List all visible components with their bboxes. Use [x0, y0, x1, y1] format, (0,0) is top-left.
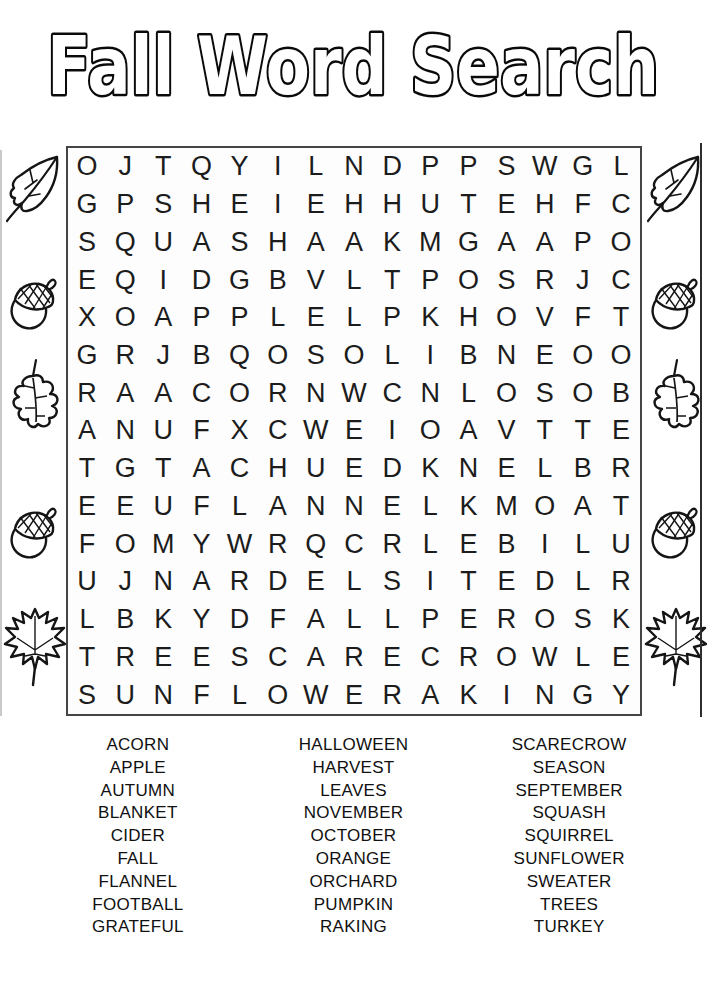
- grid-cell[interactable]: L: [564, 525, 602, 563]
- grid-cell[interactable]: Q: [297, 525, 335, 563]
- word-list-item: RAKING: [246, 916, 462, 939]
- grid-cell[interactable]: A: [182, 450, 220, 488]
- grid-cell[interactable]: N: [144, 563, 182, 601]
- grid-cell[interactable]: A: [106, 374, 144, 412]
- grid-cell[interactable]: A: [335, 223, 373, 261]
- word-list-item: SEASON: [461, 757, 677, 780]
- grid-cell[interactable]: E: [182, 639, 220, 677]
- grid-cell[interactable]: E: [449, 525, 487, 563]
- grid-cell[interactable]: E: [373, 639, 411, 677]
- grid-cell[interactable]: L: [373, 337, 411, 375]
- grid-cell[interactable]: K: [449, 676, 487, 714]
- grid-cell[interactable]: F: [182, 488, 220, 526]
- grid-cell[interactable]: E: [335, 450, 373, 488]
- grid-cell[interactable]: R: [221, 563, 259, 601]
- svg-text:Fall Word Search: Fall Word Search: [47, 20, 659, 113]
- grid-cell[interactable]: G: [68, 337, 106, 375]
- page-edge-artifact-left: [0, 150, 2, 716]
- word-list-item: OCTOBER: [246, 825, 462, 848]
- grid-cell[interactable]: R: [259, 525, 297, 563]
- grid-cell[interactable]: I: [144, 261, 182, 299]
- acorn-icon: [3, 274, 57, 336]
- acorn-icon: [644, 503, 698, 565]
- grid-cell[interactable]: C: [373, 374, 411, 412]
- grid-cell[interactable]: F: [182, 412, 220, 450]
- grid-cell[interactable]: I: [259, 148, 297, 186]
- grid-cell[interactable]: H: [373, 186, 411, 224]
- grid-cell[interactable]: B: [259, 261, 297, 299]
- grid-cell[interactable]: O: [564, 374, 602, 412]
- grid-cell[interactable]: G: [221, 261, 259, 299]
- grid-cell[interactable]: J: [144, 337, 182, 375]
- grid-cell[interactable]: N: [144, 676, 182, 714]
- grid-cell[interactable]: F: [259, 601, 297, 639]
- grid-cell[interactable]: E: [602, 639, 640, 677]
- grid-cell[interactable]: Y: [182, 601, 220, 639]
- grid-cell[interactable]: H: [526, 186, 564, 224]
- grid-cell[interactable]: U: [411, 186, 449, 224]
- word-list-item: HALLOWEEN: [246, 734, 462, 757]
- grid-cell[interactable]: A: [259, 488, 297, 526]
- word-list-item: APPLE: [30, 757, 246, 780]
- grid-cell[interactable]: X: [68, 299, 106, 337]
- grid-cell[interactable]: C: [182, 374, 220, 412]
- grid-cell[interactable]: A: [144, 299, 182, 337]
- grid-cell[interactable]: Y: [221, 148, 259, 186]
- grid-cell[interactable]: C: [602, 261, 640, 299]
- grid-cell[interactable]: E: [602, 412, 640, 450]
- grid-cell[interactable]: R: [602, 450, 640, 488]
- grid-cell[interactable]: B: [564, 450, 602, 488]
- grid-cell[interactable]: N: [106, 412, 144, 450]
- grid-cell[interactable]: P: [564, 223, 602, 261]
- word-list-item: SQUIRREL: [461, 825, 677, 848]
- grid-cell[interactable]: R: [106, 639, 144, 677]
- grid-cell[interactable]: H: [259, 223, 297, 261]
- worksheet-page: Fall Word Search OJTQYILNDPPSWGLGPSHEIEH…: [0, 0, 707, 1000]
- grid-cell[interactable]: U: [144, 488, 182, 526]
- grid-cell[interactable]: H: [182, 186, 220, 224]
- word-list-item: LEAVES: [246, 780, 462, 803]
- grid-cell[interactable]: T: [602, 299, 640, 337]
- grid-cell[interactable]: L: [602, 148, 640, 186]
- grid-cell[interactable]: T: [68, 639, 106, 677]
- grid-cell[interactable]: S: [487, 261, 525, 299]
- maple-leaf-icon: [3, 604, 67, 692]
- grid-cell[interactable]: G: [564, 148, 602, 186]
- grid-cell[interactable]: O: [526, 601, 564, 639]
- grid-cell[interactable]: M: [487, 488, 525, 526]
- word-list-item: FOOTBALL: [30, 894, 246, 917]
- grid-cell[interactable]: A: [297, 223, 335, 261]
- grid-cell[interactable]: S: [564, 601, 602, 639]
- grid-cell[interactable]: R: [602, 563, 640, 601]
- grid-cell[interactable]: A: [144, 374, 182, 412]
- word-list-item: SQUASH: [461, 802, 677, 825]
- acorn-icon: [3, 503, 57, 565]
- grid-cell[interactable]: E: [373, 488, 411, 526]
- grid-cell[interactable]: M: [144, 525, 182, 563]
- word-list-item: BLANKET: [30, 802, 246, 825]
- grid-cell[interactable]: L: [411, 488, 449, 526]
- grid-cell[interactable]: I: [487, 676, 525, 714]
- grid-cell[interactable]: R: [373, 525, 411, 563]
- grid-cell[interactable]: E: [68, 261, 106, 299]
- grid-cell[interactable]: K: [411, 299, 449, 337]
- grid-cell[interactable]: P: [373, 299, 411, 337]
- word-list-item: PUMPKIN: [246, 894, 462, 917]
- word-list-column-3: SCARECROWSEASONSEPTEMBERSQUASHSQUIRRELSU…: [461, 734, 677, 939]
- grid-cell[interactable]: O: [68, 148, 106, 186]
- grid-cell[interactable]: Y: [602, 676, 640, 714]
- grid-cell[interactable]: U: [144, 412, 182, 450]
- word-list-item: NOVEMBER: [246, 802, 462, 825]
- grid-cell[interactable]: F: [564, 299, 602, 337]
- grid-cell[interactable]: C: [411, 639, 449, 677]
- grid-cell[interactable]: J: [106, 563, 144, 601]
- grid-cell[interactable]: N: [449, 450, 487, 488]
- grid-cell[interactable]: E: [335, 412, 373, 450]
- word-list-item: ORCHARD: [246, 871, 462, 894]
- word-list-item: GRATEFUL: [30, 916, 246, 939]
- grid-cell[interactable]: T: [144, 450, 182, 488]
- grid-cell[interactable]: F: [68, 525, 106, 563]
- grid-cell[interactable]: I: [411, 563, 449, 601]
- grid-cell[interactable]: R: [487, 601, 525, 639]
- grid-cell[interactable]: C: [221, 450, 259, 488]
- grid-cell[interactable]: L: [221, 676, 259, 714]
- grid-cell[interactable]: P: [449, 148, 487, 186]
- title-bubble-text: Fall Word Search: [23, 14, 683, 114]
- word-list-item: SWEATER: [461, 871, 677, 894]
- grid-cell[interactable]: K: [602, 601, 640, 639]
- grid-cell[interactable]: E: [221, 186, 259, 224]
- grid-cell[interactable]: E: [487, 563, 525, 601]
- word-list-column-2: HALLOWEENHARVESTLEAVESNOVEMBEROCTOBERORA…: [246, 734, 462, 939]
- grid-cell[interactable]: A: [411, 676, 449, 714]
- grid-cell[interactable]: R: [526, 261, 564, 299]
- grid-cell[interactable]: O: [564, 337, 602, 375]
- grid-cell[interactable]: S: [526, 374, 564, 412]
- grid-cell[interactable]: D: [259, 563, 297, 601]
- grid-cell[interactable]: A: [182, 223, 220, 261]
- grid-cell[interactable]: E: [297, 299, 335, 337]
- word-list-column-1: ACORNAPPLEAUTUMNBLANKETCIDERFALLFLANNELF…: [30, 734, 246, 939]
- grid-cell[interactable]: B: [106, 601, 144, 639]
- grid-cell[interactable]: L: [526, 450, 564, 488]
- grid-cell[interactable]: W: [221, 525, 259, 563]
- grid-cell[interactable]: V: [487, 412, 525, 450]
- grid-cell[interactable]: S: [487, 148, 525, 186]
- grid-cell[interactable]: T: [602, 488, 640, 526]
- grid-cell[interactable]: N: [411, 374, 449, 412]
- grid-cell[interactable]: S: [373, 563, 411, 601]
- grid-cell[interactable]: A: [564, 488, 602, 526]
- word-list: ACORNAPPLEAUTUMNBLANKETCIDERFALLFLANNELF…: [30, 734, 677, 939]
- grid-cell[interactable]: L: [335, 299, 373, 337]
- grid-cell[interactable]: R: [449, 639, 487, 677]
- grid-cell[interactable]: O: [221, 374, 259, 412]
- grid-cell[interactable]: O: [449, 261, 487, 299]
- grid-cell[interactable]: R: [106, 337, 144, 375]
- grid-cell[interactable]: O: [602, 223, 640, 261]
- grid-cell[interactable]: B: [182, 337, 220, 375]
- grid-cell[interactable]: D: [182, 261, 220, 299]
- word-list-item: FALL: [30, 848, 246, 871]
- page-title: Fall Word Search: [23, 14, 683, 114]
- grid-cell[interactable]: D: [526, 563, 564, 601]
- grid-cell[interactable]: B: [487, 525, 525, 563]
- word-list-item: ACORN: [30, 734, 246, 757]
- grid-cell[interactable]: O: [487, 639, 525, 677]
- grid-cell[interactable]: D: [221, 601, 259, 639]
- grid-cell[interactable]: H: [259, 450, 297, 488]
- grid-cell[interactable]: Q: [182, 148, 220, 186]
- word-list-item: TREES: [461, 894, 677, 917]
- grid-cell[interactable]: E: [106, 488, 144, 526]
- word-list-item: HARVEST: [246, 757, 462, 780]
- grid-cell[interactable]: L: [449, 374, 487, 412]
- grid-cell[interactable]: E: [335, 676, 373, 714]
- grid-cell[interactable]: N: [297, 374, 335, 412]
- grid-cell[interactable]: S: [297, 337, 335, 375]
- grid-cell[interactable]: L: [68, 601, 106, 639]
- word-list-item: ORANGE: [246, 848, 462, 871]
- grid-cell[interactable]: E: [297, 186, 335, 224]
- grid-cell[interactable]: C: [602, 186, 640, 224]
- maple-leaf-icon: [644, 604, 707, 692]
- grid-cell[interactable]: A: [297, 601, 335, 639]
- grid-cell[interactable]: L: [373, 601, 411, 639]
- grid-cell[interactable]: R: [373, 676, 411, 714]
- grid-cell[interactable]: O: [259, 337, 297, 375]
- grid-cell[interactable]: W: [526, 639, 564, 677]
- grid-cell[interactable]: C: [259, 639, 297, 677]
- grid-cell[interactable]: Y: [182, 525, 220, 563]
- grid-cell[interactable]: W: [526, 148, 564, 186]
- grid-cell[interactable]: S: [221, 639, 259, 677]
- grid-cell[interactable]: I: [373, 412, 411, 450]
- grid-cell[interactable]: J: [564, 261, 602, 299]
- word-search-grid: OJTQYILNDPPSWGLGPSHEIEHHUTEHFCSQUASHAAKM…: [66, 146, 642, 716]
- word-list-item: AUTUMN: [30, 780, 246, 803]
- grid-cell[interactable]: O: [487, 299, 525, 337]
- grid-cell[interactable]: E: [487, 186, 525, 224]
- grid-cell[interactable]: T: [564, 412, 602, 450]
- grid-cell[interactable]: J: [106, 148, 144, 186]
- grid-cell[interactable]: P: [182, 299, 220, 337]
- grid-cell[interactable]: G: [106, 450, 144, 488]
- grid-cell[interactable]: T: [144, 148, 182, 186]
- grid-cell[interactable]: X: [221, 412, 259, 450]
- grid-cell[interactable]: G: [564, 676, 602, 714]
- grid-cell[interactable]: H: [335, 186, 373, 224]
- grid-cell[interactable]: I: [259, 186, 297, 224]
- grid-cell[interactable]: G: [449, 223, 487, 261]
- grid-cell[interactable]: O: [106, 299, 144, 337]
- grid-cell[interactable]: F: [564, 186, 602, 224]
- word-list-item: CIDER: [30, 825, 246, 848]
- grid-cell[interactable]: B: [449, 337, 487, 375]
- grid-cell[interactable]: P: [106, 186, 144, 224]
- grid-cell[interactable]: N: [526, 676, 564, 714]
- grid-cell[interactable]: K: [144, 601, 182, 639]
- grid-cell[interactable]: D: [373, 450, 411, 488]
- grid-cell[interactable]: C: [259, 412, 297, 450]
- grid-cell[interactable]: T: [449, 563, 487, 601]
- grid-cell[interactable]: T: [373, 261, 411, 299]
- grid-cell[interactable]: N: [335, 488, 373, 526]
- grid-cell[interactable]: V: [526, 299, 564, 337]
- grid-cell[interactable]: L: [564, 563, 602, 601]
- grid-cell[interactable]: Q: [221, 337, 259, 375]
- grid-cell[interactable]: F: [182, 676, 220, 714]
- word-list-item: SCARECROW: [461, 734, 677, 757]
- grid-cell[interactable]: O: [106, 525, 144, 563]
- grid-cell[interactable]: L: [564, 639, 602, 677]
- grid-cell[interactable]: M: [411, 223, 449, 261]
- grid-cell[interactable]: S: [221, 223, 259, 261]
- grid-cell[interactable]: O: [259, 676, 297, 714]
- grid-cell[interactable]: R: [259, 374, 297, 412]
- grid-cell[interactable]: O: [487, 374, 525, 412]
- grid-cell[interactable]: A: [526, 223, 564, 261]
- grid-cell[interactable]: L: [411, 525, 449, 563]
- oak-leaf-icon: [3, 356, 63, 460]
- word-list-item: SEPTEMBER: [461, 780, 677, 803]
- grid-cell[interactable]: E: [68, 488, 106, 526]
- grid-cell[interactable]: E: [297, 563, 335, 601]
- grid-cell[interactable]: O: [335, 337, 373, 375]
- grid-cell[interactable]: E: [487, 450, 525, 488]
- grid-cell[interactable]: U: [602, 525, 640, 563]
- grid-cell[interactable]: U: [297, 450, 335, 488]
- grid-cell[interactable]: S: [144, 186, 182, 224]
- grid-cell[interactable]: D: [373, 148, 411, 186]
- grid-cell[interactable]: O: [602, 337, 640, 375]
- grid-cell[interactable]: O: [526, 488, 564, 526]
- grid-cell[interactable]: P: [221, 299, 259, 337]
- grid-cell[interactable]: C: [335, 525, 373, 563]
- grid-cell[interactable]: S: [68, 676, 106, 714]
- grid-cell[interactable]: A: [487, 223, 525, 261]
- page-edge-artifact-right: [700, 143, 702, 717]
- grid-cell[interactable]: K: [373, 223, 411, 261]
- grid-cell[interactable]: U: [144, 223, 182, 261]
- word-list-item: FLANNEL: [30, 871, 246, 894]
- grid-cell[interactable]: S: [68, 223, 106, 261]
- grid-cell[interactable]: N: [297, 488, 335, 526]
- grid-cell[interactable]: A: [297, 639, 335, 677]
- grid-cell[interactable]: E: [449, 601, 487, 639]
- grid-cell[interactable]: R: [68, 374, 106, 412]
- oak-leaf-icon: [644, 356, 704, 460]
- grid-cell[interactable]: T: [526, 412, 564, 450]
- grid-cell[interactable]: P: [411, 601, 449, 639]
- grid-cell[interactable]: I: [411, 337, 449, 375]
- grid-cell[interactable]: W: [297, 676, 335, 714]
- grid-cell[interactable]: B: [602, 374, 640, 412]
- grid-cell[interactable]: H: [449, 299, 487, 337]
- grid-cell[interactable]: G: [68, 186, 106, 224]
- grid-cell[interactable]: U: [106, 676, 144, 714]
- grid-cell[interactable]: K: [411, 450, 449, 488]
- grid-cell[interactable]: E: [526, 337, 564, 375]
- grid-cell[interactable]: T: [68, 450, 106, 488]
- grid-cell[interactable]: A: [449, 412, 487, 450]
- grid-cell[interactable]: I: [526, 525, 564, 563]
- grid-cell[interactable]: N: [335, 148, 373, 186]
- grid-cell[interactable]: P: [411, 261, 449, 299]
- grid-cell[interactable]: A: [182, 563, 220, 601]
- grid-cell[interactable]: Q: [106, 261, 144, 299]
- grid-cell[interactable]: E: [144, 639, 182, 677]
- grid-cell[interactable]: Q: [106, 223, 144, 261]
- word-list-item: SUNFLOWER: [461, 848, 677, 871]
- grid-cell[interactable]: L: [221, 488, 259, 526]
- grid-cell[interactable]: W: [297, 412, 335, 450]
- grid-cell[interactable]: L: [335, 601, 373, 639]
- grid-cell[interactable]: U: [68, 563, 106, 601]
- grid-cell[interactable]: A: [68, 412, 106, 450]
- grid-cell[interactable]: P: [411, 148, 449, 186]
- grid-cell[interactable]: L: [335, 563, 373, 601]
- grid-cell[interactable]: L: [259, 299, 297, 337]
- grid-cell[interactable]: L: [297, 148, 335, 186]
- grid-cell[interactable]: V: [297, 261, 335, 299]
- leaf-icon: [3, 152, 61, 228]
- grid-cell[interactable]: O: [411, 412, 449, 450]
- grid-cell[interactable]: T: [449, 186, 487, 224]
- grid-cell[interactable]: N: [487, 337, 525, 375]
- leaf-icon: [644, 152, 702, 228]
- word-list-item: TURKEY: [461, 916, 677, 939]
- acorn-icon: [644, 274, 698, 336]
- grid-cell[interactable]: L: [335, 261, 373, 299]
- grid-cell[interactable]: W: [335, 374, 373, 412]
- grid-cell[interactable]: K: [449, 488, 487, 526]
- grid-cell[interactable]: R: [335, 639, 373, 677]
